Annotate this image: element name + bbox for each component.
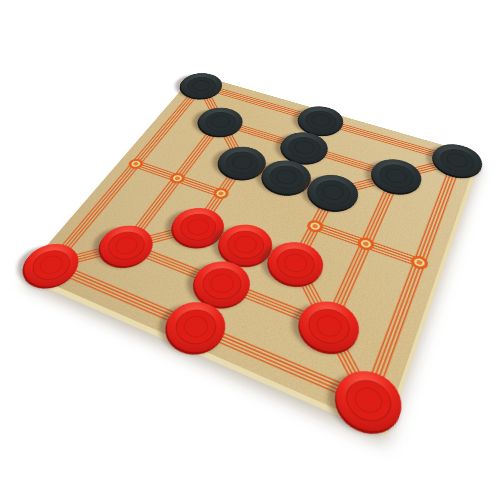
product-photo-stage bbox=[0, 0, 500, 500]
